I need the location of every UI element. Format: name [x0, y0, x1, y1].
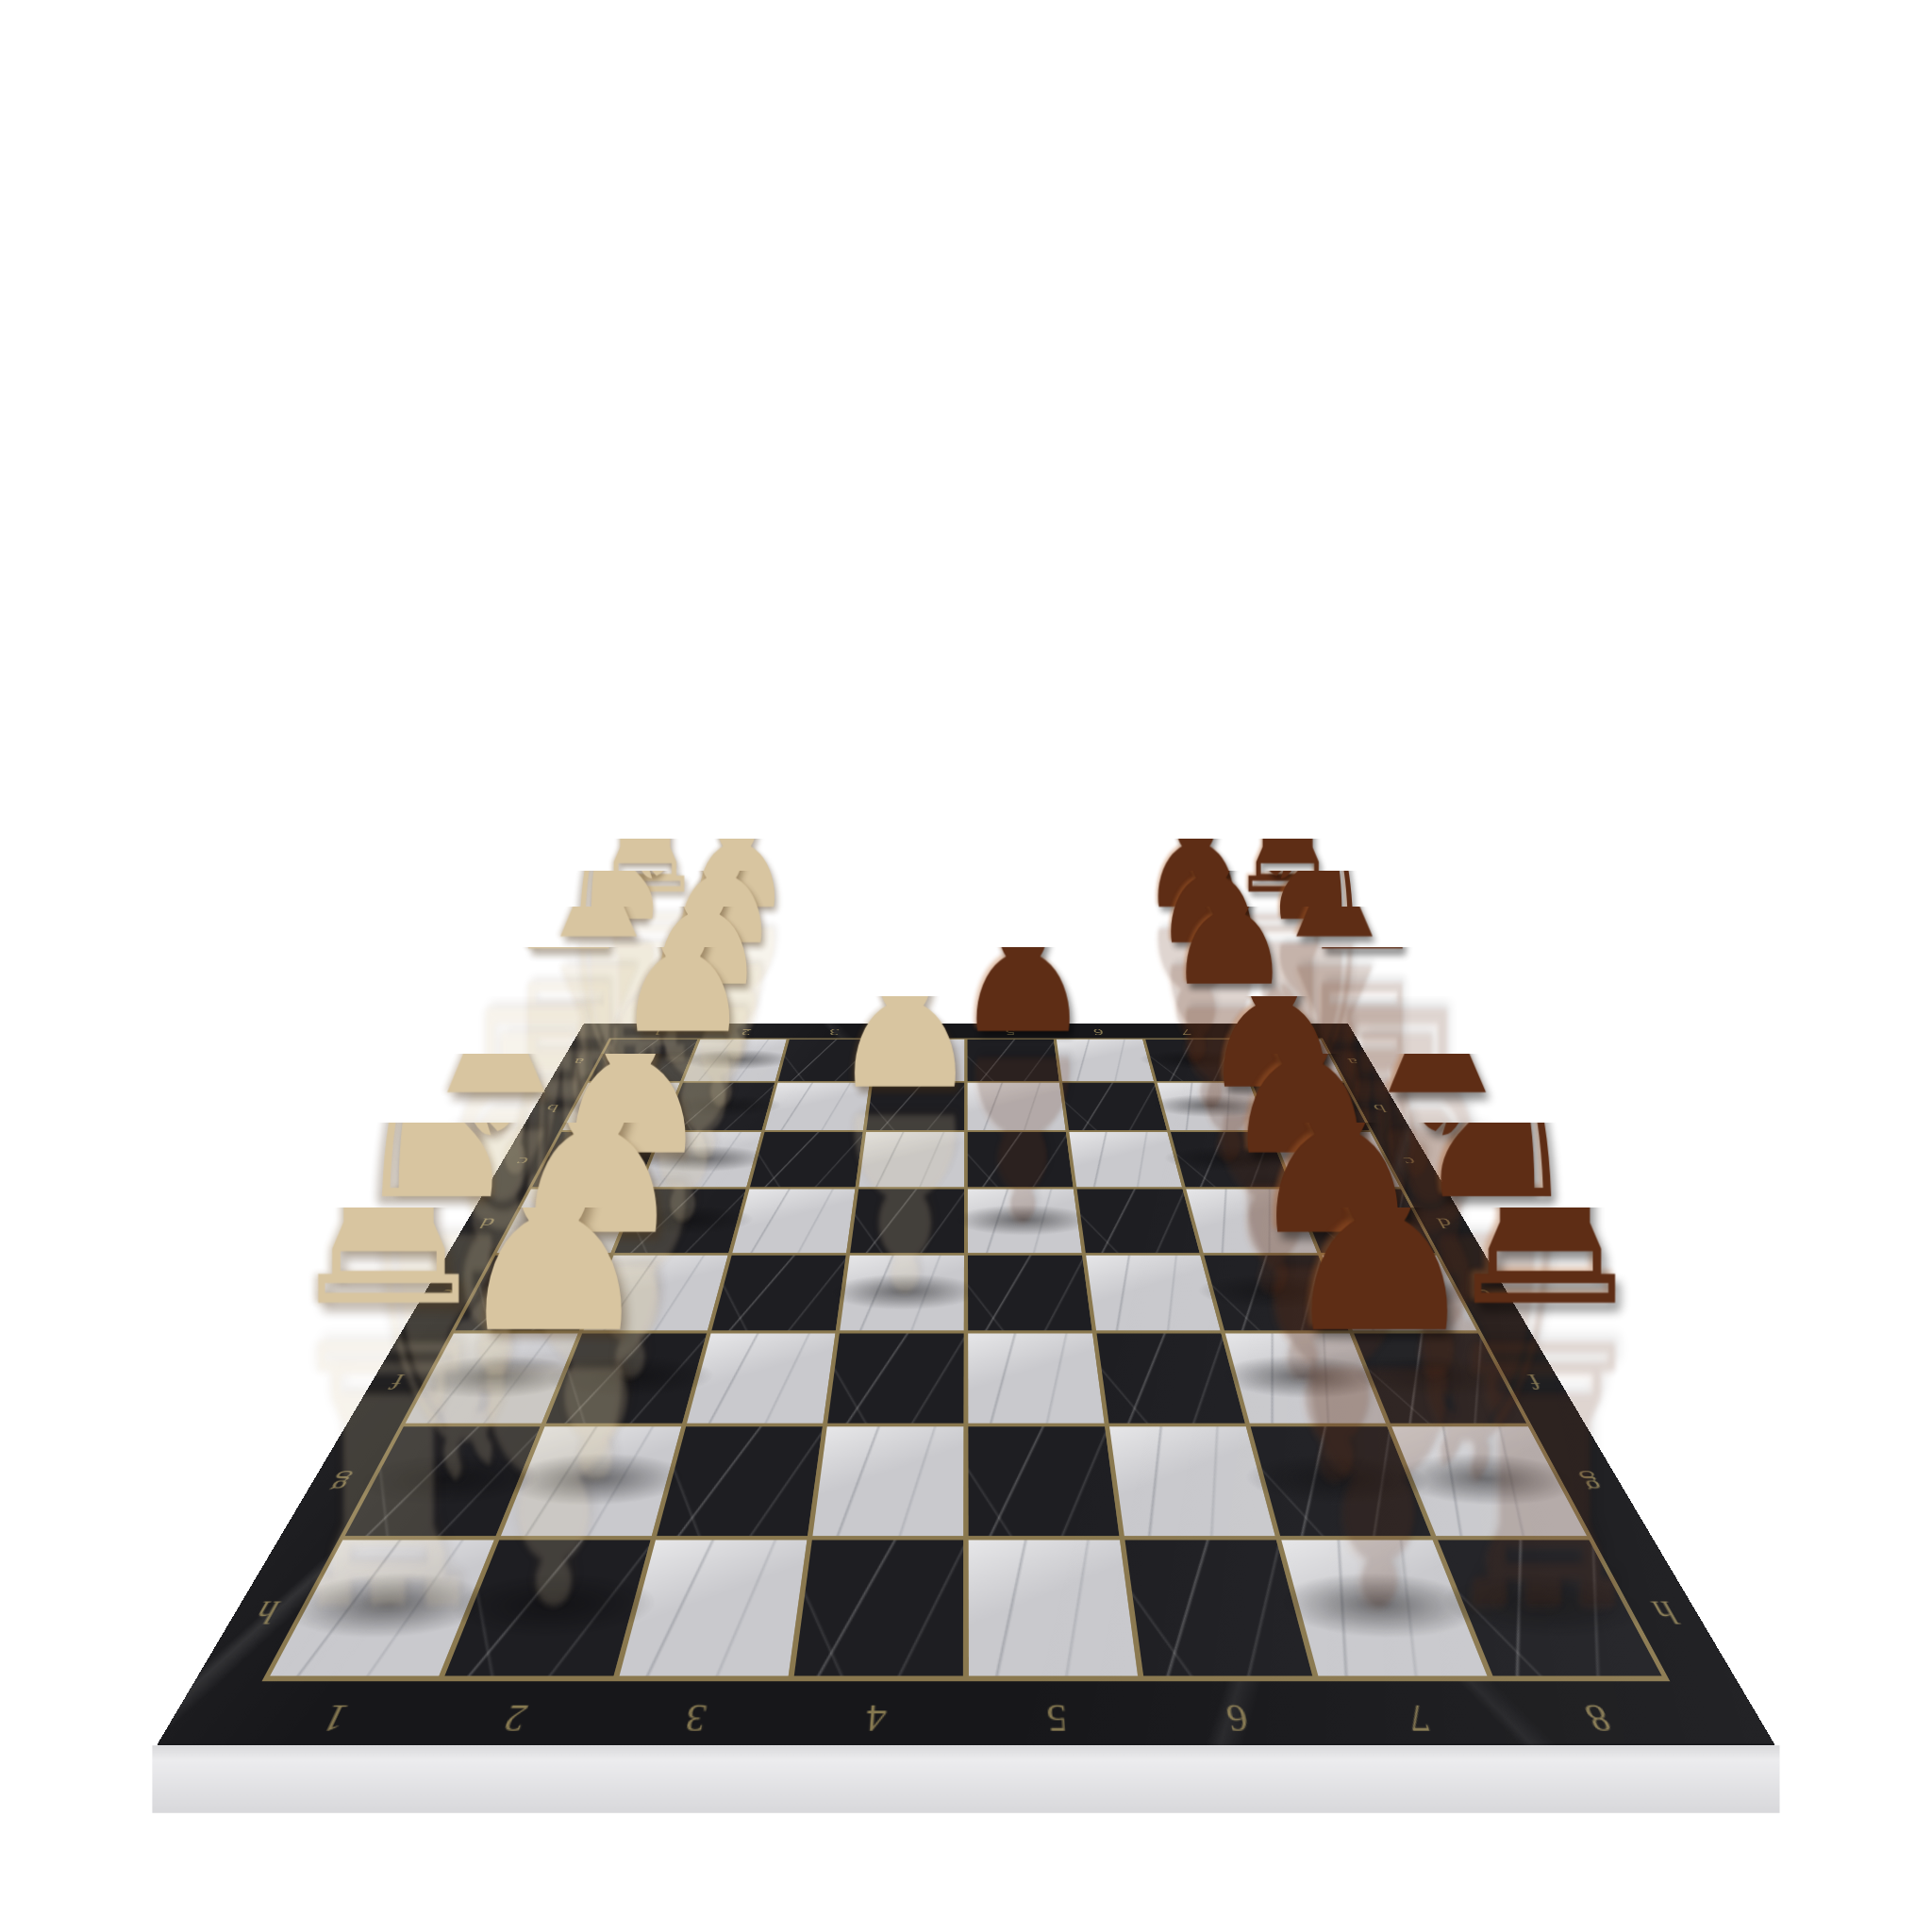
board-side-edge: [152, 1745, 1779, 1813]
rank-label-near-6: 6: [1187, 1681, 1285, 1740]
square-f4[interactable]: [827, 1333, 964, 1423]
rank-label-near-8: 8: [1538, 1681, 1651, 1740]
square-g5[interactable]: [968, 1426, 1119, 1536]
white-pawn-h2[interactable]: ♟♟: [381, 1207, 724, 1604]
white-pawn-e4[interactable]: ♟♟: [776, 996, 1032, 1291]
square-h5[interactable]: [969, 1541, 1139, 1676]
rank-label-near-1: 1: [280, 1681, 393, 1740]
black-pawn-h7[interactable]: ♟♟: [1207, 1207, 1551, 1604]
piece-reflection: ♟: [1224, 1324, 1534, 1634]
rank-label-near-7: 7: [1362, 1681, 1468, 1740]
rank-label-near-4: 4: [830, 1681, 920, 1740]
scene: 1122334455667788aabbccddeeffgghh♜♜♟♟♜♜♟♟…: [0, 0, 1932, 1932]
square-f5[interactable]: [968, 1333, 1105, 1423]
square-g4[interactable]: [812, 1426, 963, 1536]
piece-reflection: ♟: [399, 1324, 708, 1634]
rank-label-near-2: 2: [464, 1681, 570, 1740]
square-h4[interactable]: [794, 1541, 964, 1676]
chess-board: 1122334455667788aabbccddeeffgghh♜♜♟♟♜♜♟♟…: [157, 1024, 1775, 1746]
piece-reflection: ♟: [790, 1083, 1020, 1314]
rank-label-near-5: 5: [1011, 1681, 1101, 1740]
rank-label-near-3: 3: [647, 1681, 745, 1740]
